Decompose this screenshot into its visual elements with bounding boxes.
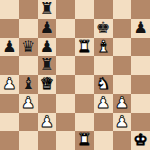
square-a2[interactable] xyxy=(0,113,19,132)
square-f5[interactable] xyxy=(94,56,113,75)
square-d2[interactable] xyxy=(56,113,75,132)
square-h4[interactable] xyxy=(131,75,150,94)
white-pawn-piece: ♟ xyxy=(115,113,129,132)
white-knight-piece: ♞ xyxy=(96,75,110,94)
square-c1[interactable] xyxy=(38,131,57,150)
square-e2[interactable] xyxy=(75,113,94,132)
square-e6[interactable]: ♜ xyxy=(75,38,94,57)
square-c2[interactable]: ♟ xyxy=(38,113,57,132)
square-d6[interactable] xyxy=(56,38,75,57)
square-g1[interactable] xyxy=(113,131,132,150)
white-pawn-piece: ♟ xyxy=(2,75,16,94)
square-b4[interactable]: ♝ xyxy=(19,75,38,94)
white-rook-piece: ♜ xyxy=(77,131,91,150)
square-g7[interactable] xyxy=(113,19,132,38)
square-c3[interactable] xyxy=(38,94,57,113)
square-c7[interactable]: ♟ xyxy=(38,19,57,38)
white-queen-piece: ♛ xyxy=(40,75,54,94)
square-c6[interactable]: ♟ xyxy=(38,38,57,57)
square-h6[interactable] xyxy=(131,38,150,57)
square-b7[interactable] xyxy=(19,19,38,38)
black-rook-piece: ♜ xyxy=(40,0,54,19)
square-d3[interactable] xyxy=(56,94,75,113)
square-b8[interactable] xyxy=(19,0,38,19)
square-g2[interactable]: ♟ xyxy=(113,113,132,132)
square-e5[interactable] xyxy=(75,56,94,75)
square-h1[interactable]: ♚ xyxy=(131,131,150,150)
square-e3[interactable] xyxy=(75,94,94,113)
black-pawn-piece: ♟ xyxy=(133,19,147,38)
square-e8[interactable] xyxy=(75,0,94,19)
square-a3[interactable] xyxy=(0,94,19,113)
square-f4[interactable]: ♞ xyxy=(94,75,113,94)
black-king-piece: ♚ xyxy=(96,19,110,38)
square-f8[interactable] xyxy=(94,0,113,19)
square-d4[interactable] xyxy=(56,75,75,94)
square-e1[interactable]: ♜ xyxy=(75,131,94,150)
square-a4[interactable]: ♟ xyxy=(0,75,19,94)
square-f7[interactable]: ♚ xyxy=(94,19,113,38)
white-king-piece: ♚ xyxy=(133,131,147,150)
black-queen-piece: ♛ xyxy=(21,38,35,57)
square-h5[interactable] xyxy=(131,56,150,75)
square-d7[interactable] xyxy=(56,19,75,38)
square-h8[interactable] xyxy=(131,0,150,19)
square-f6[interactable]: ♝ xyxy=(94,38,113,57)
square-d8[interactable] xyxy=(56,0,75,19)
white-pawn-piece: ♟ xyxy=(115,94,129,113)
square-c8[interactable]: ♜ xyxy=(38,0,57,19)
square-d5[interactable] xyxy=(56,56,75,75)
square-a6[interactable]: ♟ xyxy=(0,38,19,57)
chess-board: ♜♟♚♟♟♛♟♜♝♜♟♝♛♞♟♟♟♟♟♜♚ xyxy=(0,0,150,150)
white-pawn-piece: ♟ xyxy=(96,94,110,113)
white-bishop-piece: ♝ xyxy=(96,38,110,57)
square-a7[interactable] xyxy=(0,19,19,38)
square-g6[interactable] xyxy=(113,38,132,57)
black-bishop-piece: ♝ xyxy=(21,75,35,94)
square-g3[interactable]: ♟ xyxy=(113,94,132,113)
square-b6[interactable]: ♛ xyxy=(19,38,38,57)
square-a1[interactable] xyxy=(0,131,19,150)
square-h2[interactable] xyxy=(131,113,150,132)
square-h3[interactable] xyxy=(131,94,150,113)
square-b3[interactable]: ♟ xyxy=(19,94,38,113)
black-pawn-piece: ♟ xyxy=(40,19,54,38)
square-f1[interactable] xyxy=(94,131,113,150)
white-rook-piece: ♜ xyxy=(77,38,91,57)
white-pawn-piece: ♟ xyxy=(40,113,54,132)
square-f3[interactable]: ♟ xyxy=(94,94,113,113)
square-e4[interactable] xyxy=(75,75,94,94)
square-a5[interactable] xyxy=(0,56,19,75)
square-a8[interactable] xyxy=(0,0,19,19)
black-pawn-piece: ♟ xyxy=(40,38,54,57)
square-f2[interactable] xyxy=(94,113,113,132)
square-b5[interactable] xyxy=(19,56,38,75)
square-b1[interactable] xyxy=(19,131,38,150)
white-pawn-piece: ♟ xyxy=(21,94,35,113)
square-c4[interactable]: ♛ xyxy=(38,75,57,94)
square-h7[interactable]: ♟ xyxy=(131,19,150,38)
square-b2[interactable] xyxy=(19,113,38,132)
square-g5[interactable] xyxy=(113,56,132,75)
square-c5[interactable]: ♜ xyxy=(38,56,57,75)
square-e7[interactable] xyxy=(75,19,94,38)
square-g4[interactable] xyxy=(113,75,132,94)
square-g8[interactable] xyxy=(113,0,132,19)
square-d1[interactable] xyxy=(56,131,75,150)
black-rook-piece: ♜ xyxy=(40,56,54,75)
black-pawn-piece: ♟ xyxy=(2,38,16,57)
